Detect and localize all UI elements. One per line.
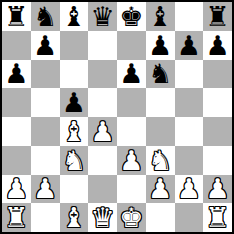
black-pawn-icon: ♟ — [62, 89, 86, 116]
black-pawn-icon: ♟ — [4, 60, 28, 87]
square-f4[interactable] — [146, 117, 175, 146]
black-bishop-icon: ♝ — [148, 3, 172, 30]
square-e2[interactable] — [117, 175, 146, 204]
square-d2[interactable] — [88, 175, 117, 204]
white-pawn-icon: ♟ — [148, 175, 172, 202]
square-c6[interactable] — [60, 60, 89, 89]
square-d8[interactable]: ♛ — [88, 2, 117, 31]
white-pawn-icon: ♟ — [4, 175, 28, 202]
white-pawn-icon: ♟ — [177, 175, 201, 202]
white-pawn-icon: ♟ — [33, 175, 57, 202]
square-b1[interactable] — [31, 203, 60, 232]
white-rook-icon: ♜ — [4, 204, 28, 231]
square-h1[interactable]: ♜ — [203, 203, 232, 232]
square-f1[interactable] — [146, 203, 175, 232]
black-rook-icon: ♜ — [4, 3, 28, 30]
white-bishop-icon: ♝ — [62, 118, 86, 145]
white-knight-icon: ♞ — [148, 147, 172, 174]
square-d5[interactable] — [88, 88, 117, 117]
black-rook-icon: ♜ — [206, 3, 230, 30]
square-a6[interactable]: ♟ — [2, 60, 31, 89]
square-a5[interactable] — [2, 88, 31, 117]
square-g6[interactable] — [175, 60, 204, 89]
square-e8[interactable]: ♚ — [117, 2, 146, 31]
white-pawn-icon: ♟ — [119, 147, 143, 174]
square-a1[interactable]: ♜ — [2, 203, 31, 232]
white-queen-icon: ♛ — [91, 204, 115, 231]
square-g3[interactable] — [175, 146, 204, 175]
black-knight-icon: ♞ — [148, 60, 172, 87]
black-pawn-icon: ♟ — [148, 32, 172, 59]
white-knight-icon: ♞ — [62, 147, 86, 174]
white-king-icon: ♚ — [119, 204, 143, 231]
white-pawn-icon: ♟ — [91, 118, 115, 145]
square-h4[interactable] — [203, 117, 232, 146]
square-g5[interactable] — [175, 88, 204, 117]
square-f3[interactable]: ♞ — [146, 146, 175, 175]
square-g4[interactable] — [175, 117, 204, 146]
square-e6[interactable]: ♟ — [117, 60, 146, 89]
square-f7[interactable]: ♟ — [146, 31, 175, 60]
white-pawn-icon: ♟ — [206, 175, 230, 202]
square-c7[interactable] — [60, 31, 89, 60]
square-a2[interactable]: ♟ — [2, 175, 31, 204]
square-b7[interactable]: ♟ — [31, 31, 60, 60]
square-d7[interactable] — [88, 31, 117, 60]
square-a3[interactable] — [2, 146, 31, 175]
chess-board-container: ♜♞♝♛♚♝♜♟♟♟♟♟♟♞♟♝♟♞♟♞♟♟♟♟♟♜♝♛♚♜ — [0, 0, 234, 234]
square-e5[interactable] — [117, 88, 146, 117]
square-a4[interactable] — [2, 117, 31, 146]
black-knight-icon: ♞ — [33, 3, 57, 30]
square-h5[interactable] — [203, 88, 232, 117]
black-pawn-icon: ♟ — [177, 32, 201, 59]
square-h3[interactable] — [203, 146, 232, 175]
square-d6[interactable] — [88, 60, 117, 89]
square-g2[interactable]: ♟ — [175, 175, 204, 204]
square-b2[interactable]: ♟ — [31, 175, 60, 204]
square-d1[interactable]: ♛ — [88, 203, 117, 232]
square-d4[interactable]: ♟ — [88, 117, 117, 146]
square-e4[interactable] — [117, 117, 146, 146]
square-e1[interactable]: ♚ — [117, 203, 146, 232]
chess-board: ♜♞♝♛♚♝♜♟♟♟♟♟♟♞♟♝♟♞♟♞♟♟♟♟♟♜♝♛♚♜ — [0, 0, 234, 234]
square-g1[interactable] — [175, 203, 204, 232]
square-b8[interactable]: ♞ — [31, 2, 60, 31]
square-c8[interactable]: ♝ — [60, 2, 89, 31]
square-b5[interactable] — [31, 88, 60, 117]
square-b4[interactable] — [31, 117, 60, 146]
black-pawn-icon: ♟ — [119, 60, 143, 87]
square-f8[interactable]: ♝ — [146, 2, 175, 31]
square-c4[interactable]: ♝ — [60, 117, 89, 146]
black-pawn-icon: ♟ — [33, 32, 57, 59]
square-c2[interactable] — [60, 175, 89, 204]
square-f2[interactable]: ♟ — [146, 175, 175, 204]
square-a8[interactable]: ♜ — [2, 2, 31, 31]
square-g8[interactable] — [175, 2, 204, 31]
black-queen-icon: ♛ — [91, 3, 115, 30]
white-bishop-icon: ♝ — [62, 204, 86, 231]
square-h2[interactable]: ♟ — [203, 175, 232, 204]
square-f5[interactable] — [146, 88, 175, 117]
white-rook-icon: ♜ — [206, 204, 230, 231]
square-a7[interactable] — [2, 31, 31, 60]
square-f6[interactable]: ♞ — [146, 60, 175, 89]
black-bishop-icon: ♝ — [62, 3, 86, 30]
square-e3[interactable]: ♟ — [117, 146, 146, 175]
square-c3[interactable]: ♞ — [60, 146, 89, 175]
square-h8[interactable]: ♜ — [203, 2, 232, 31]
square-g7[interactable]: ♟ — [175, 31, 204, 60]
square-d3[interactable] — [88, 146, 117, 175]
black-king-icon: ♚ — [119, 3, 143, 30]
square-h7[interactable]: ♟ — [203, 31, 232, 60]
square-c1[interactable]: ♝ — [60, 203, 89, 232]
black-pawn-icon: ♟ — [206, 32, 230, 59]
square-h6[interactable] — [203, 60, 232, 89]
square-b6[interactable] — [31, 60, 60, 89]
square-e7[interactable] — [117, 31, 146, 60]
square-b3[interactable] — [31, 146, 60, 175]
square-c5[interactable]: ♟ — [60, 88, 89, 117]
